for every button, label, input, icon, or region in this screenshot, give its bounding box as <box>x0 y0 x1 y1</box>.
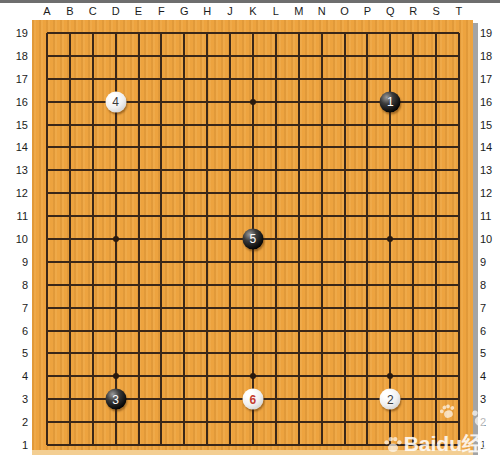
intersection-Q4[interactable] <box>379 365 402 388</box>
intersection-B16[interactable] <box>58 90 81 113</box>
intersection-Q13[interactable] <box>379 159 402 182</box>
intersection-K11[interactable] <box>242 205 265 228</box>
intersection-G19[interactable] <box>173 22 196 45</box>
intersection-O15[interactable] <box>333 113 356 136</box>
intersection-H15[interactable] <box>196 113 219 136</box>
intersection-H2[interactable] <box>196 411 219 434</box>
intersection-A2[interactable] <box>36 411 59 434</box>
intersection-M6[interactable] <box>287 319 310 342</box>
intersection-G7[interactable] <box>173 296 196 319</box>
intersection-P2[interactable] <box>356 411 379 434</box>
intersection-N2[interactable] <box>310 411 333 434</box>
intersection-P8[interactable] <box>356 273 379 296</box>
intersection-C9[interactable] <box>81 250 104 273</box>
intersection-M5[interactable] <box>287 342 310 365</box>
intersection-S5[interactable] <box>425 342 448 365</box>
intersection-M15[interactable] <box>287 113 310 136</box>
intersection-M19[interactable] <box>287 22 310 45</box>
intersection-L15[interactable] <box>264 113 287 136</box>
intersection-D4[interactable] <box>104 365 127 388</box>
intersection-K9[interactable] <box>242 250 265 273</box>
intersection-P7[interactable] <box>356 296 379 319</box>
intersection-C18[interactable] <box>81 44 104 67</box>
intersection-E5[interactable] <box>127 342 150 365</box>
intersection-S15[interactable] <box>425 113 448 136</box>
intersection-L14[interactable] <box>264 136 287 159</box>
intersection-O5[interactable] <box>333 342 356 365</box>
intersection-G16[interactable] <box>173 90 196 113</box>
intersection-K3[interactable]: 6 <box>242 388 265 411</box>
intersection-H9[interactable] <box>196 250 219 273</box>
intersection-N4[interactable] <box>310 365 333 388</box>
intersection-E7[interactable] <box>127 296 150 319</box>
intersection-F9[interactable] <box>150 250 173 273</box>
intersection-P11[interactable] <box>356 205 379 228</box>
intersection-H14[interactable] <box>196 136 219 159</box>
intersection-R2[interactable] <box>402 411 425 434</box>
intersection-M17[interactable] <box>287 67 310 90</box>
intersection-K16[interactable] <box>242 90 265 113</box>
intersection-Q7[interactable] <box>379 296 402 319</box>
intersection-A12[interactable] <box>36 182 59 205</box>
intersection-H19[interactable] <box>196 22 219 45</box>
intersection-M4[interactable] <box>287 365 310 388</box>
intersection-G17[interactable] <box>173 67 196 90</box>
intersection-C13[interactable] <box>81 159 104 182</box>
intersection-T9[interactable] <box>448 250 471 273</box>
intersection-R9[interactable] <box>402 250 425 273</box>
intersection-R17[interactable] <box>402 67 425 90</box>
intersection-T5[interactable] <box>448 342 471 365</box>
intersection-H4[interactable] <box>196 365 219 388</box>
intersection-A3[interactable] <box>36 388 59 411</box>
intersection-P3[interactable] <box>356 388 379 411</box>
intersection-J14[interactable] <box>219 136 242 159</box>
intersection-C2[interactable] <box>81 411 104 434</box>
intersection-H7[interactable] <box>196 296 219 319</box>
intersection-M10[interactable] <box>287 228 310 251</box>
intersection-Q8[interactable] <box>379 273 402 296</box>
intersection-J7[interactable] <box>219 296 242 319</box>
intersection-F18[interactable] <box>150 44 173 67</box>
intersection-J5[interactable] <box>219 342 242 365</box>
intersection-R7[interactable] <box>402 296 425 319</box>
intersection-G14[interactable] <box>173 136 196 159</box>
intersection-T4[interactable] <box>448 365 471 388</box>
intersection-P5[interactable] <box>356 342 379 365</box>
intersection-R5[interactable] <box>402 342 425 365</box>
intersection-A16[interactable] <box>36 90 59 113</box>
intersection-Q14[interactable] <box>379 136 402 159</box>
intersection-S7[interactable] <box>425 296 448 319</box>
intersection-G4[interactable] <box>173 365 196 388</box>
intersection-O11[interactable] <box>333 205 356 228</box>
intersection-B7[interactable] <box>58 296 81 319</box>
intersection-K13[interactable] <box>242 159 265 182</box>
intersection-C4[interactable] <box>81 365 104 388</box>
intersection-R3[interactable] <box>402 388 425 411</box>
intersection-A9[interactable] <box>36 250 59 273</box>
intersection-Q15[interactable] <box>379 113 402 136</box>
intersection-N7[interactable] <box>310 296 333 319</box>
intersection-Q18[interactable] <box>379 44 402 67</box>
stone-black-3-D3[interactable]: 3 <box>105 389 126 410</box>
intersection-N16[interactable] <box>310 90 333 113</box>
intersection-J19[interactable] <box>219 22 242 45</box>
intersection-L5[interactable] <box>264 342 287 365</box>
intersection-O9[interactable] <box>333 250 356 273</box>
intersection-G2[interactable] <box>173 411 196 434</box>
intersection-N8[interactable] <box>310 273 333 296</box>
intersection-F19[interactable] <box>150 22 173 45</box>
intersection-S12[interactable] <box>425 182 448 205</box>
intersection-N15[interactable] <box>310 113 333 136</box>
intersection-J10[interactable] <box>219 228 242 251</box>
intersection-A17[interactable] <box>36 67 59 90</box>
intersection-O4[interactable] <box>333 365 356 388</box>
intersection-M13[interactable] <box>287 159 310 182</box>
intersection-E16[interactable] <box>127 90 150 113</box>
intersection-D6[interactable] <box>104 319 127 342</box>
intersection-K2[interactable] <box>242 411 265 434</box>
stone-black-1-Q16[interactable]: 1 <box>380 91 401 112</box>
intersection-Q6[interactable] <box>379 319 402 342</box>
intersection-E9[interactable] <box>127 250 150 273</box>
intersection-K19[interactable] <box>242 22 265 45</box>
intersection-N13[interactable] <box>310 159 333 182</box>
intersection-S13[interactable] <box>425 159 448 182</box>
intersection-H8[interactable] <box>196 273 219 296</box>
intersection-A15[interactable] <box>36 113 59 136</box>
intersection-T6[interactable] <box>448 319 471 342</box>
intersection-E3[interactable] <box>127 388 150 411</box>
intersection-E8[interactable] <box>127 273 150 296</box>
intersection-Q12[interactable] <box>379 182 402 205</box>
intersection-M12[interactable] <box>287 182 310 205</box>
intersection-R15[interactable] <box>402 113 425 136</box>
intersection-K4[interactable] <box>242 365 265 388</box>
intersection-E11[interactable] <box>127 205 150 228</box>
intersection-K10[interactable]: 5 <box>242 228 265 251</box>
stone-black-5-K10[interactable]: 5 <box>242 228 263 249</box>
intersection-G12[interactable] <box>173 182 196 205</box>
intersection-T8[interactable] <box>448 273 471 296</box>
intersection-E14[interactable] <box>127 136 150 159</box>
intersection-D5[interactable] <box>104 342 127 365</box>
intersection-H17[interactable] <box>196 67 219 90</box>
intersection-J4[interactable] <box>219 365 242 388</box>
intersection-C8[interactable] <box>81 273 104 296</box>
intersection-Q10[interactable] <box>379 228 402 251</box>
intersection-P6[interactable] <box>356 319 379 342</box>
intersection-N18[interactable] <box>310 44 333 67</box>
intersection-D9[interactable] <box>104 250 127 273</box>
intersection-L11[interactable] <box>264 205 287 228</box>
intersection-S19[interactable] <box>425 22 448 45</box>
intersection-A19[interactable] <box>36 22 59 45</box>
intersection-F11[interactable] <box>150 205 173 228</box>
intersection-O8[interactable] <box>333 273 356 296</box>
intersection-B19[interactable] <box>58 22 81 45</box>
intersection-A11[interactable] <box>36 205 59 228</box>
intersection-B12[interactable] <box>58 182 81 205</box>
intersection-M9[interactable] <box>287 250 310 273</box>
intersection-N14[interactable] <box>310 136 333 159</box>
intersection-B13[interactable] <box>58 159 81 182</box>
intersection-B18[interactable] <box>58 44 81 67</box>
intersection-C16[interactable] <box>81 90 104 113</box>
intersection-H11[interactable] <box>196 205 219 228</box>
intersection-A4[interactable] <box>36 365 59 388</box>
intersection-D2[interactable] <box>104 411 127 434</box>
intersection-K17[interactable] <box>242 67 265 90</box>
intersection-N11[interactable] <box>310 205 333 228</box>
intersection-L8[interactable] <box>264 273 287 296</box>
intersection-D12[interactable] <box>104 182 127 205</box>
intersection-E13[interactable] <box>127 159 150 182</box>
intersection-D15[interactable] <box>104 113 127 136</box>
intersection-A6[interactable] <box>36 319 59 342</box>
intersection-B17[interactable] <box>58 67 81 90</box>
intersection-S10[interactable] <box>425 228 448 251</box>
intersection-T15[interactable] <box>448 113 471 136</box>
intersection-C19[interactable] <box>81 22 104 45</box>
intersection-F4[interactable] <box>150 365 173 388</box>
intersection-R12[interactable] <box>402 182 425 205</box>
intersection-E12[interactable] <box>127 182 150 205</box>
intersection-S17[interactable] <box>425 67 448 90</box>
intersection-H5[interactable] <box>196 342 219 365</box>
intersection-L18[interactable] <box>264 44 287 67</box>
intersection-R11[interactable] <box>402 205 425 228</box>
intersection-F8[interactable] <box>150 273 173 296</box>
intersection-D7[interactable] <box>104 296 127 319</box>
intersection-Q17[interactable] <box>379 67 402 90</box>
intersection-J18[interactable] <box>219 44 242 67</box>
intersection-N6[interactable] <box>310 319 333 342</box>
intersection-D19[interactable] <box>104 22 127 45</box>
intersection-O12[interactable] <box>333 182 356 205</box>
intersection-N5[interactable] <box>310 342 333 365</box>
intersection-C6[interactable] <box>81 319 104 342</box>
intersection-L6[interactable] <box>264 319 287 342</box>
intersection-D18[interactable] <box>104 44 127 67</box>
intersection-T17[interactable] <box>448 67 471 90</box>
intersection-O3[interactable] <box>333 388 356 411</box>
intersection-K8[interactable] <box>242 273 265 296</box>
intersection-N3[interactable] <box>310 388 333 411</box>
intersection-P16[interactable] <box>356 90 379 113</box>
intersection-F10[interactable] <box>150 228 173 251</box>
intersection-Q3[interactable]: 2 <box>379 388 402 411</box>
intersection-M14[interactable] <box>287 136 310 159</box>
intersection-H10[interactable] <box>196 228 219 251</box>
intersection-J2[interactable] <box>219 411 242 434</box>
intersection-T7[interactable] <box>448 296 471 319</box>
intersection-Q19[interactable] <box>379 22 402 45</box>
intersection-R18[interactable] <box>402 44 425 67</box>
intersection-R4[interactable] <box>402 365 425 388</box>
intersection-J12[interactable] <box>219 182 242 205</box>
intersection-F16[interactable] <box>150 90 173 113</box>
intersection-S18[interactable] <box>425 44 448 67</box>
intersection-A18[interactable] <box>36 44 59 67</box>
intersection-F12[interactable] <box>150 182 173 205</box>
intersection-P15[interactable] <box>356 113 379 136</box>
intersection-B8[interactable] <box>58 273 81 296</box>
intersection-M11[interactable] <box>287 205 310 228</box>
intersection-A8[interactable] <box>36 273 59 296</box>
intersection-D13[interactable] <box>104 159 127 182</box>
intersection-H13[interactable] <box>196 159 219 182</box>
intersection-M2[interactable] <box>287 411 310 434</box>
intersection-D16[interactable]: 4 <box>104 90 127 113</box>
intersection-H18[interactable] <box>196 44 219 67</box>
intersection-K15[interactable] <box>242 113 265 136</box>
intersection-A10[interactable] <box>36 228 59 251</box>
intersection-K6[interactable] <box>242 319 265 342</box>
intersection-T12[interactable] <box>448 182 471 205</box>
intersection-H6[interactable] <box>196 319 219 342</box>
intersection-C5[interactable] <box>81 342 104 365</box>
intersection-F5[interactable] <box>150 342 173 365</box>
intersection-C10[interactable] <box>81 228 104 251</box>
intersection-O6[interactable] <box>333 319 356 342</box>
intersection-T18[interactable] <box>448 44 471 67</box>
intersection-B11[interactable] <box>58 205 81 228</box>
intersection-J15[interactable] <box>219 113 242 136</box>
intersection-T16[interactable] <box>448 90 471 113</box>
intersection-C7[interactable] <box>81 296 104 319</box>
stone-white-6-K3[interactable]: 6 <box>242 389 263 410</box>
intersection-B14[interactable] <box>58 136 81 159</box>
intersection-D10[interactable] <box>104 228 127 251</box>
intersection-E2[interactable] <box>127 411 150 434</box>
intersection-G18[interactable] <box>173 44 196 67</box>
intersection-K18[interactable] <box>242 44 265 67</box>
intersection-L9[interactable] <box>264 250 287 273</box>
intersection-B6[interactable] <box>58 319 81 342</box>
intersection-G10[interactable] <box>173 228 196 251</box>
intersection-B2[interactable] <box>58 411 81 434</box>
intersection-T10[interactable] <box>448 228 471 251</box>
intersection-N12[interactable] <box>310 182 333 205</box>
intersection-E10[interactable] <box>127 228 150 251</box>
intersection-D14[interactable] <box>104 136 127 159</box>
intersection-F14[interactable] <box>150 136 173 159</box>
intersection-E18[interactable] <box>127 44 150 67</box>
intersection-T19[interactable] <box>448 22 471 45</box>
intersection-M8[interactable] <box>287 273 310 296</box>
intersection-T11[interactable] <box>448 205 471 228</box>
intersection-A5[interactable] <box>36 342 59 365</box>
intersection-A7[interactable] <box>36 296 59 319</box>
intersection-G3[interactable] <box>173 388 196 411</box>
intersection-B5[interactable] <box>58 342 81 365</box>
intersection-G11[interactable] <box>173 205 196 228</box>
intersection-B15[interactable] <box>58 113 81 136</box>
intersection-C14[interactable] <box>81 136 104 159</box>
intersection-P13[interactable] <box>356 159 379 182</box>
intersection-L2[interactable] <box>264 411 287 434</box>
intersection-P12[interactable] <box>356 182 379 205</box>
intersection-P10[interactable] <box>356 228 379 251</box>
intersection-T13[interactable] <box>448 159 471 182</box>
intersection-F7[interactable] <box>150 296 173 319</box>
intersection-E4[interactable] <box>127 365 150 388</box>
intersection-F3[interactable] <box>150 388 173 411</box>
intersection-Q9[interactable] <box>379 250 402 273</box>
intersection-R8[interactable] <box>402 273 425 296</box>
intersection-P14[interactable] <box>356 136 379 159</box>
intersection-F6[interactable] <box>150 319 173 342</box>
intersection-S14[interactable] <box>425 136 448 159</box>
intersection-Q16[interactable]: 1 <box>379 90 402 113</box>
intersection-L4[interactable] <box>264 365 287 388</box>
intersection-H16[interactable] <box>196 90 219 113</box>
intersection-S9[interactable] <box>425 250 448 273</box>
intersection-J17[interactable] <box>219 67 242 90</box>
intersection-J13[interactable] <box>219 159 242 182</box>
intersection-C11[interactable] <box>81 205 104 228</box>
intersection-J9[interactable] <box>219 250 242 273</box>
intersection-K12[interactable] <box>242 182 265 205</box>
intersection-J16[interactable] <box>219 90 242 113</box>
intersection-O2[interactable] <box>333 411 356 434</box>
intersection-G5[interactable] <box>173 342 196 365</box>
intersection-P19[interactable] <box>356 22 379 45</box>
intersection-S4[interactable] <box>425 365 448 388</box>
intersection-C17[interactable] <box>81 67 104 90</box>
intersection-K5[interactable] <box>242 342 265 365</box>
intersection-P18[interactable] <box>356 44 379 67</box>
intersection-L19[interactable] <box>264 22 287 45</box>
intersection-L12[interactable] <box>264 182 287 205</box>
intersection-S11[interactable] <box>425 205 448 228</box>
intersection-L16[interactable] <box>264 90 287 113</box>
intersection-O14[interactable] <box>333 136 356 159</box>
intersection-F17[interactable] <box>150 67 173 90</box>
intersection-S16[interactable] <box>425 90 448 113</box>
intersection-N17[interactable] <box>310 67 333 90</box>
intersection-L3[interactable] <box>264 388 287 411</box>
intersection-T14[interactable] <box>448 136 471 159</box>
intersection-D11[interactable] <box>104 205 127 228</box>
intersection-E15[interactable] <box>127 113 150 136</box>
intersection-C15[interactable] <box>81 113 104 136</box>
intersection-P4[interactable] <box>356 365 379 388</box>
intersection-F15[interactable] <box>150 113 173 136</box>
intersection-O17[interactable] <box>333 67 356 90</box>
intersection-M18[interactable] <box>287 44 310 67</box>
intersection-C3[interactable] <box>81 388 104 411</box>
intersection-L13[interactable] <box>264 159 287 182</box>
intersection-H12[interactable] <box>196 182 219 205</box>
intersection-G9[interactable] <box>173 250 196 273</box>
intersection-J8[interactable] <box>219 273 242 296</box>
intersection-R6[interactable] <box>402 319 425 342</box>
intersection-L17[interactable] <box>264 67 287 90</box>
intersection-P17[interactable] <box>356 67 379 90</box>
intersection-J6[interactable] <box>219 319 242 342</box>
intersection-B3[interactable] <box>58 388 81 411</box>
intersection-D8[interactable] <box>104 273 127 296</box>
intersection-R10[interactable] <box>402 228 425 251</box>
intersection-O18[interactable] <box>333 44 356 67</box>
intersection-S6[interactable] <box>425 319 448 342</box>
intersection-J3[interactable] <box>219 388 242 411</box>
intersection-J11[interactable] <box>219 205 242 228</box>
